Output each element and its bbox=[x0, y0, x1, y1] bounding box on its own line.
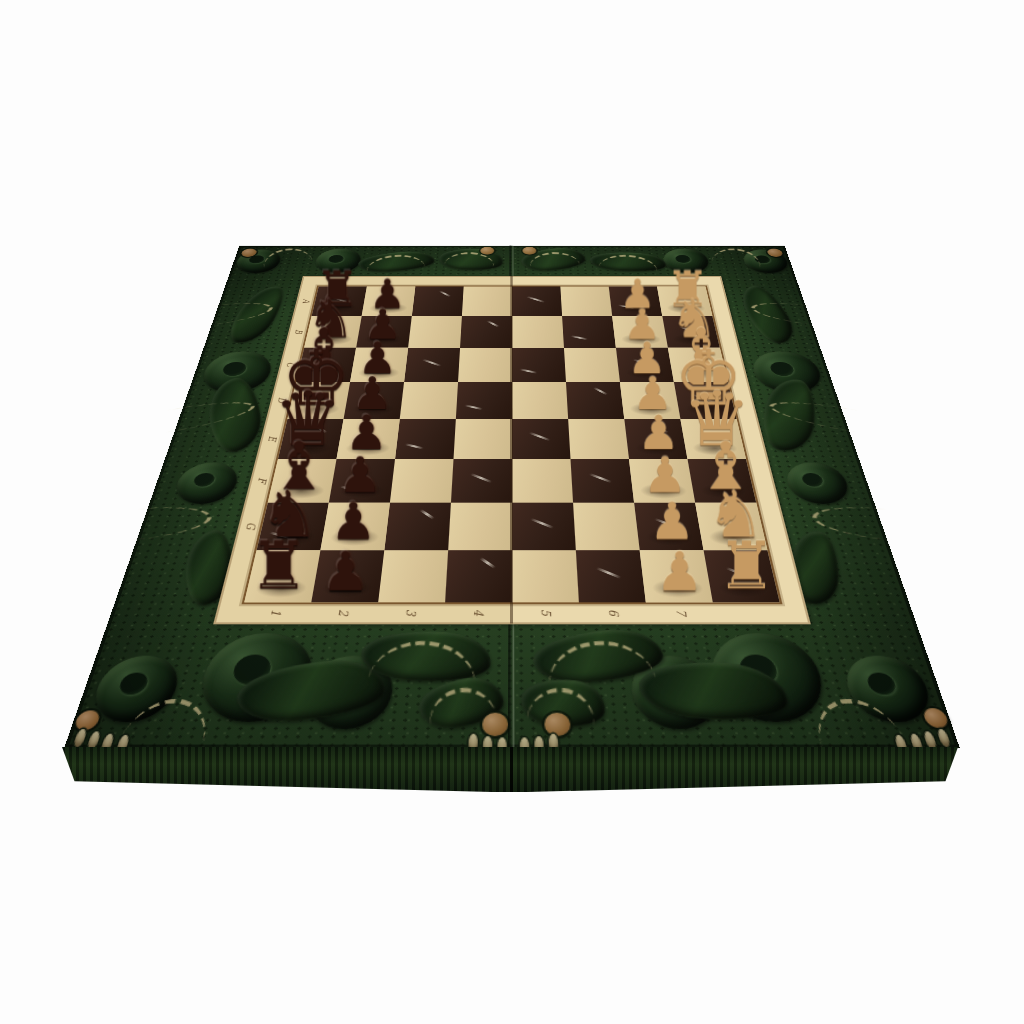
wooden-knob bbox=[522, 247, 536, 255]
square-E4[interactable] bbox=[454, 419, 512, 459]
piece-black-pawn[interactable]: ♟ bbox=[321, 545, 369, 599]
box-front-edge bbox=[62, 747, 958, 792]
piece-black-rook[interactable]: ♜ bbox=[249, 533, 308, 599]
piece-white-rook[interactable]: ♜ bbox=[716, 533, 775, 599]
square-D6[interactable] bbox=[566, 382, 624, 419]
square-H2[interactable]: ♟ bbox=[311, 550, 384, 602]
piece-white-pawn[interactable]: ♟ bbox=[655, 545, 703, 599]
board-fold-seam bbox=[510, 276, 514, 624]
board-frame: ♜♟♟♜♞♟♟♞♝♟♟♝♚♟♟♚♛♟♟♛♝♟♟♝♞♟♟♞♜♟♟♜ 1234567… bbox=[64, 246, 960, 748]
product-photo: ♜♟♟♜♞♟♟♞♝♟♟♝♚♟♟♚♛♟♟♛♝♟♟♝♞♟♟♞♜♟♟♜ 1234567… bbox=[0, 0, 1024, 1024]
square-B4[interactable] bbox=[460, 316, 512, 348]
chess-set: ♜♟♟♜♞♟♟♞♝♟♟♝♚♟♟♚♛♟♟♛♝♟♟♝♞♟♟♞♜♟♟♜ 1234567… bbox=[173, 97, 851, 775]
square-C3[interactable] bbox=[404, 348, 460, 382]
front-edge-seam bbox=[510, 747, 513, 792]
square-C6[interactable] bbox=[564, 348, 620, 382]
square-A4[interactable] bbox=[462, 287, 512, 317]
square-E6[interactable] bbox=[568, 419, 629, 459]
square-H8[interactable]: ♜ bbox=[704, 550, 780, 602]
square-B3[interactable] bbox=[408, 316, 462, 348]
square-D5[interactable] bbox=[512, 382, 568, 419]
square-G3[interactable] bbox=[384, 503, 451, 551]
wooden-knob bbox=[480, 247, 494, 255]
square-G6[interactable] bbox=[573, 503, 640, 551]
square-A5[interactable] bbox=[512, 287, 562, 317]
square-F5[interactable] bbox=[512, 459, 573, 503]
piece-white-pawn[interactable]: ♟ bbox=[648, 495, 694, 546]
square-G4[interactable] bbox=[448, 503, 512, 551]
square-F6[interactable] bbox=[570, 459, 634, 503]
file-label: 4 bbox=[470, 585, 487, 641]
square-D4[interactable] bbox=[456, 382, 512, 419]
square-H7[interactable]: ♟ bbox=[640, 550, 713, 602]
square-A3[interactable] bbox=[412, 287, 464, 317]
square-G5[interactable] bbox=[512, 503, 576, 551]
square-D3[interactable] bbox=[400, 382, 458, 419]
square-E5[interactable] bbox=[512, 419, 570, 459]
square-C4[interactable] bbox=[458, 348, 512, 382]
square-F3[interactable] bbox=[390, 459, 454, 503]
chess-board: ♜♟♟♜♞♟♟♞♝♟♟♝♚♟♟♚♛♟♟♛♝♟♟♝♞♟♟♞♜♟♟♜ 1234567… bbox=[213, 276, 811, 624]
square-B5[interactable] bbox=[512, 316, 564, 348]
square-H1[interactable]: ♜ bbox=[244, 550, 320, 602]
square-A6[interactable] bbox=[560, 287, 612, 317]
piece-black-pawn[interactable]: ♟ bbox=[330, 495, 376, 546]
square-F4[interactable] bbox=[451, 459, 512, 503]
square-B6[interactable] bbox=[562, 316, 616, 348]
square-E3[interactable] bbox=[395, 419, 456, 459]
file-label: 5 bbox=[537, 585, 554, 641]
square-C5[interactable] bbox=[512, 348, 566, 382]
